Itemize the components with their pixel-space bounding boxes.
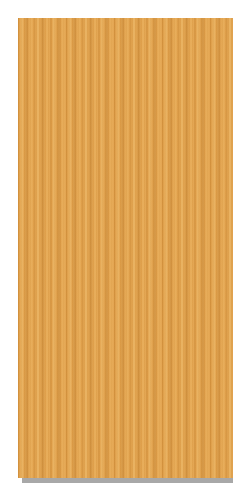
- goban[interactable]: [18, 18, 233, 478]
- go-board-diagram: [0, 0, 233, 500]
- board-shadow: [22, 478, 233, 483]
